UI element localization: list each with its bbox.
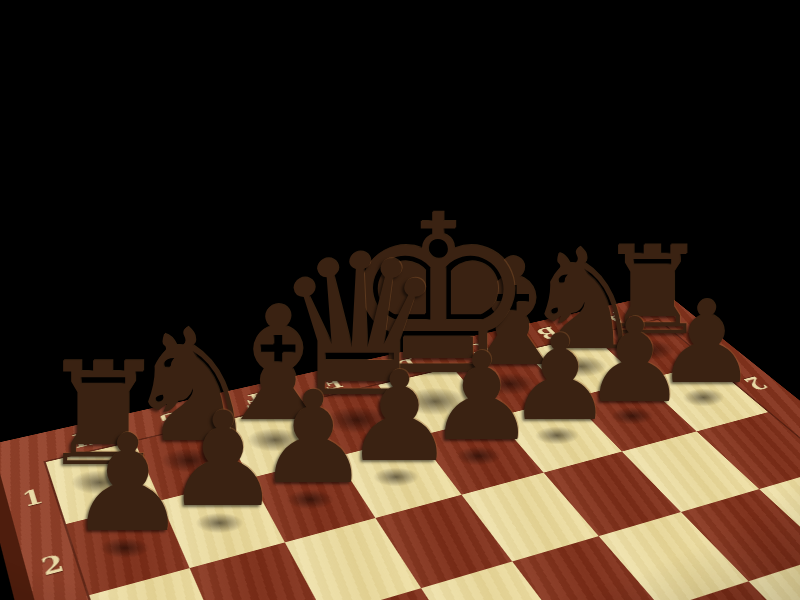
file-label-top-h: H	[70, 426, 102, 451]
file-label-top-g: G	[156, 407, 186, 430]
chessboard-photo-scene: HH11GG22FF33EE44DD55CC66BB77AA88 ♜♞♝♟♚♟♛…	[0, 0, 800, 600]
file-label-top-e: E	[317, 372, 346, 393]
rank-label-right-1: 1	[683, 328, 715, 346]
file-label-top-d: D	[390, 355, 422, 375]
file-label-top-f: F	[239, 389, 266, 410]
file-label-top-b: B	[531, 323, 563, 342]
file-label-top-c: C	[463, 339, 494, 358]
file-label-top-a: A	[598, 309, 629, 327]
rank-label-left-1: 1	[20, 485, 46, 511]
rank-label-right-2: 2	[738, 373, 772, 393]
rank-label-left-2: 2	[39, 550, 68, 580]
chess-board: HH11GG22FF33EE44DD55CC66BB77AA88	[0, 293, 800, 600]
